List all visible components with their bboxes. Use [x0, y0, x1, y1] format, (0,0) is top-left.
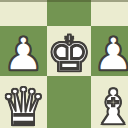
square-r2c1[interactable] — [47, 76, 92, 128]
square-r0c0[interactable] — [0, 0, 47, 26]
square-r0c1[interactable] — [47, 0, 92, 26]
square-r0c2[interactable] — [91, 0, 128, 26]
chess-board: ♟♚♟♛♝ — [0, 0, 128, 128]
square-r1c1[interactable]: ♚ — [47, 26, 92, 76]
square-r2c0[interactable]: ♛ — [0, 76, 47, 128]
square-r1c0[interactable]: ♟ — [0, 26, 47, 76]
square-r1c2[interactable]: ♟ — [91, 26, 128, 76]
piece-white-queen[interactable]: ♛ — [0, 81, 47, 128]
square-r2c2[interactable]: ♝ — [91, 76, 128, 128]
piece-white-king[interactable]: ♚ — [47, 29, 92, 79]
piece-white-pawn[interactable]: ♟ — [3, 31, 44, 77]
piece-white-pawn[interactable]: ♟ — [93, 31, 128, 77]
piece-white-bishop[interactable]: ♝ — [91, 83, 128, 129]
